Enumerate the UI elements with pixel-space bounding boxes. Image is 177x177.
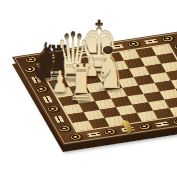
white-knight-piece[interactable]: ♞ — [95, 41, 125, 97]
medallion-icon — [172, 118, 177, 125]
medallion-icon — [58, 125, 72, 132]
clasp-hook-icon — [123, 120, 134, 133]
inlay-bar — [144, 39, 158, 44]
inlay-bar — [155, 121, 169, 126]
medallion-icon — [161, 35, 175, 42]
medallion-icon — [104, 128, 118, 135]
inlay-bar — [87, 132, 101, 137]
medallion-icon — [46, 106, 60, 113]
medallion-icon — [69, 133, 83, 140]
inlay-bar — [54, 116, 64, 123]
white-pawn-1-piece[interactable]: ♟ — [52, 67, 68, 97]
medallion-icon — [138, 123, 152, 130]
brass-clasp[interactable] — [121, 120, 135, 136]
medallion-icon — [127, 40, 141, 47]
medallion-icon — [173, 43, 177, 50]
white-rook-piece[interactable]: ♜ — [68, 58, 95, 108]
chess-set-photo: ♞♜♛♚♟♜♟♞ — [0, 0, 177, 177]
